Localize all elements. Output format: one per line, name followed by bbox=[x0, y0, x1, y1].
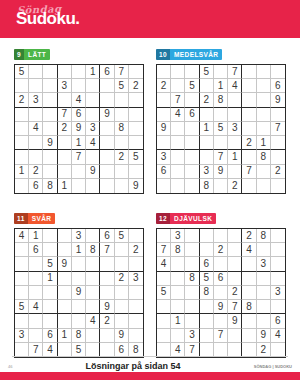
empty-cell bbox=[185, 122, 199, 136]
empty-cell bbox=[86, 229, 100, 243]
given-digit-cell: 5 bbox=[214, 122, 228, 136]
empty-cell bbox=[58, 300, 72, 314]
empty-cell bbox=[271, 243, 285, 257]
empty-cell bbox=[171, 79, 185, 93]
empty-cell bbox=[129, 165, 143, 179]
empty-cell bbox=[58, 65, 72, 79]
empty-cell bbox=[157, 314, 171, 328]
empty-cell bbox=[171, 179, 185, 193]
given-digit-cell: 8 bbox=[257, 150, 271, 164]
footer-divider bbox=[12, 356, 288, 357]
empty-cell bbox=[171, 165, 185, 179]
given-digit-cell: 3 bbox=[185, 329, 199, 343]
empty-cell bbox=[43, 300, 57, 314]
given-digit-cell: 4 bbox=[157, 257, 171, 271]
empty-cell bbox=[271, 65, 285, 79]
empty-cell bbox=[242, 65, 256, 79]
given-digit-cell: 7 bbox=[214, 150, 228, 164]
given-digit-cell: 1 bbox=[200, 122, 214, 136]
empty-cell bbox=[185, 243, 199, 257]
empty-cell bbox=[200, 314, 214, 328]
empty-cell bbox=[214, 257, 228, 271]
empty-cell bbox=[200, 329, 214, 343]
empty-cell bbox=[171, 329, 185, 343]
puzzle-11-svar: 11 SVÅR 4136561872591239549423618974568 bbox=[14, 207, 144, 358]
empty-cell bbox=[58, 136, 72, 150]
given-digit-cell: 9 bbox=[100, 108, 114, 122]
difficulty-label: MEDELSVÅR bbox=[170, 51, 222, 58]
given-digit-cell: 2 bbox=[58, 122, 72, 136]
empty-cell bbox=[43, 122, 57, 136]
empty-cell bbox=[200, 343, 214, 357]
given-digit-cell: 5 bbox=[200, 272, 214, 286]
given-digit-cell: 2 bbox=[257, 343, 271, 357]
given-digit-cell: 9 bbox=[214, 165, 228, 179]
empty-cell bbox=[15, 314, 29, 328]
issue-text: SÖNDAG | SUDOKU bbox=[254, 364, 292, 369]
empty-cell bbox=[15, 79, 29, 93]
empty-cell bbox=[129, 314, 143, 328]
empty-cell bbox=[242, 343, 256, 357]
given-digit-cell: 4 bbox=[171, 108, 185, 122]
empty-cell bbox=[72, 257, 86, 271]
given-digit-cell: 6 bbox=[271, 79, 285, 93]
empty-cell bbox=[242, 179, 256, 193]
empty-cell bbox=[242, 286, 256, 300]
empty-cell bbox=[100, 136, 114, 150]
empty-cell bbox=[242, 108, 256, 122]
given-digit-cell: 2 bbox=[100, 314, 114, 328]
empty-cell bbox=[157, 136, 171, 150]
empty-cell bbox=[185, 257, 199, 271]
given-digit-cell: 6 bbox=[271, 314, 285, 328]
empty-cell bbox=[228, 272, 242, 286]
given-digit-cell: 6 bbox=[200, 257, 214, 271]
puzzles-grid: 9 LÄTT 5167352234769429389147251296819 1… bbox=[0, 38, 300, 358]
given-digit-cell: 3 bbox=[29, 93, 43, 107]
empty-cell bbox=[271, 229, 285, 243]
given-digit-cell: 6 bbox=[214, 272, 228, 286]
empty-cell bbox=[15, 108, 29, 122]
empty-cell bbox=[242, 272, 256, 286]
given-digit-cell: 2 bbox=[228, 179, 242, 193]
empty-cell bbox=[15, 343, 29, 357]
given-digit-cell: 8 bbox=[86, 243, 100, 257]
given-digit-cell: 6 bbox=[29, 243, 43, 257]
given-digit-cell: 7 bbox=[157, 243, 171, 257]
empty-cell bbox=[129, 286, 143, 300]
empty-cell bbox=[171, 150, 185, 164]
empty-cell bbox=[171, 286, 185, 300]
empty-cell bbox=[157, 272, 171, 286]
empty-cell bbox=[200, 300, 214, 314]
given-digit-cell: 4 bbox=[15, 229, 29, 243]
empty-cell bbox=[228, 108, 242, 122]
empty-cell bbox=[242, 150, 256, 164]
empty-cell bbox=[29, 150, 43, 164]
empty-cell bbox=[257, 243, 271, 257]
empty-cell bbox=[86, 257, 100, 271]
sudoku-board-medium: 5725146728946915372137186397282 bbox=[156, 64, 286, 194]
empty-cell bbox=[200, 229, 214, 243]
empty-cell bbox=[157, 229, 171, 243]
given-digit-cell: 2 bbox=[129, 243, 143, 257]
empty-cell bbox=[129, 65, 143, 79]
given-digit-cell: 7 bbox=[185, 343, 199, 357]
empty-cell bbox=[257, 122, 271, 136]
given-digit-cell: 5 bbox=[129, 150, 143, 164]
empty-cell bbox=[200, 150, 214, 164]
empty-cell bbox=[257, 300, 271, 314]
given-digit-cell: 4 bbox=[242, 243, 256, 257]
empty-cell bbox=[228, 165, 242, 179]
empty-cell bbox=[58, 314, 72, 328]
empty-cell bbox=[86, 93, 100, 107]
given-digit-cell: 4 bbox=[271, 329, 285, 343]
given-digit-cell: 7 bbox=[271, 122, 285, 136]
given-digit-cell: 9 bbox=[100, 300, 114, 314]
given-digit-cell: 7 bbox=[242, 165, 256, 179]
empty-cell bbox=[228, 136, 242, 150]
puzzle-9-latt: 9 LÄTT 5167352234769429389147251296819 bbox=[14, 43, 144, 194]
empty-cell bbox=[15, 286, 29, 300]
page-footer: 46 Lösningar på sidan 54 SÖNDAG | SUDOKU bbox=[0, 356, 300, 372]
given-digit-cell: 6 bbox=[29, 179, 43, 193]
empty-cell bbox=[115, 93, 129, 107]
empty-cell bbox=[228, 329, 242, 343]
given-digit-cell: 3 bbox=[228, 122, 242, 136]
given-digit-cell: 9 bbox=[43, 136, 57, 150]
given-digit-cell: 7 bbox=[58, 108, 72, 122]
given-digit-cell: 8 bbox=[115, 122, 129, 136]
given-digit-cell: 8 bbox=[242, 300, 256, 314]
empty-cell bbox=[214, 136, 228, 150]
given-digit-cell: 4 bbox=[43, 343, 57, 357]
given-digit-cell: 2 bbox=[115, 150, 129, 164]
given-digit-cell: 3 bbox=[171, 229, 185, 243]
given-digit-cell: 2 bbox=[228, 286, 242, 300]
empty-cell bbox=[200, 136, 214, 150]
empty-cell bbox=[214, 314, 228, 328]
given-digit-cell: 2 bbox=[129, 79, 143, 93]
empty-cell bbox=[157, 300, 171, 314]
given-digit-cell: 3 bbox=[271, 286, 285, 300]
difficulty-badge: 10 MEDELSVÅR bbox=[156, 49, 222, 60]
given-digit-cell: 2 bbox=[157, 79, 171, 93]
given-digit-cell: 8 bbox=[185, 272, 199, 286]
empty-cell bbox=[185, 300, 199, 314]
empty-cell bbox=[29, 286, 43, 300]
empty-cell bbox=[15, 136, 29, 150]
given-digit-cell: 7 bbox=[72, 150, 86, 164]
empty-cell bbox=[15, 272, 29, 286]
empty-cell bbox=[200, 108, 214, 122]
empty-cell bbox=[115, 165, 129, 179]
empty-cell bbox=[15, 257, 29, 271]
given-digit-cell: 4 bbox=[171, 343, 185, 357]
empty-cell bbox=[115, 286, 129, 300]
empty-cell bbox=[214, 179, 228, 193]
empty-cell bbox=[115, 314, 129, 328]
sudoku-board-hard: 4136561872591239549423618974568 bbox=[14, 228, 144, 358]
given-digit-cell: 8 bbox=[129, 343, 143, 357]
empty-cell bbox=[100, 165, 114, 179]
empty-cell bbox=[72, 272, 86, 286]
empty-cell bbox=[58, 229, 72, 243]
given-digit-cell: 4 bbox=[228, 79, 242, 93]
empty-cell bbox=[157, 343, 171, 357]
given-digit-cell: 2 bbox=[200, 93, 214, 107]
given-digit-cell: 1 bbox=[58, 329, 72, 343]
given-digit-cell: 9 bbox=[257, 329, 271, 343]
difficulty-badge: 9 LÄTT bbox=[14, 49, 50, 60]
given-digit-cell: 8 bbox=[43, 179, 57, 193]
bottom-red-bar bbox=[0, 372, 300, 380]
given-digit-cell: 7 bbox=[228, 300, 242, 314]
empty-cell bbox=[100, 286, 114, 300]
empty-cell bbox=[86, 329, 100, 343]
page-title: Sudoku. bbox=[16, 9, 80, 29]
empty-cell bbox=[185, 93, 199, 107]
empty-cell bbox=[72, 314, 86, 328]
empty-cell bbox=[171, 122, 185, 136]
empty-cell bbox=[43, 229, 57, 243]
given-digit-cell: 2 bbox=[242, 229, 256, 243]
empty-cell bbox=[100, 329, 114, 343]
empty-cell bbox=[15, 179, 29, 193]
given-digit-cell: 1 bbox=[171, 314, 185, 328]
given-digit-cell: 7 bbox=[29, 343, 43, 357]
given-digit-cell: 9 bbox=[271, 93, 285, 107]
given-digit-cell: 1 bbox=[257, 136, 271, 150]
given-digit-cell: 5 bbox=[115, 79, 129, 93]
given-digit-cell: 1 bbox=[43, 272, 57, 286]
empty-cell bbox=[43, 79, 57, 93]
empty-cell bbox=[242, 93, 256, 107]
empty-cell bbox=[100, 79, 114, 93]
given-digit-cell: 9 bbox=[72, 122, 86, 136]
empty-cell bbox=[100, 150, 114, 164]
empty-cell bbox=[29, 136, 43, 150]
empty-cell bbox=[29, 329, 43, 343]
given-digit-cell: 7 bbox=[171, 93, 185, 107]
empty-cell bbox=[58, 286, 72, 300]
empty-cell bbox=[185, 65, 199, 79]
empty-cell bbox=[129, 300, 143, 314]
given-digit-cell: 6 bbox=[115, 343, 129, 357]
empty-cell bbox=[115, 257, 129, 271]
given-digit-cell: 3 bbox=[58, 79, 72, 93]
given-digit-cell: 7 bbox=[214, 329, 228, 343]
empty-cell bbox=[257, 93, 271, 107]
given-digit-cell: 3 bbox=[157, 150, 171, 164]
given-digit-cell: 8 bbox=[200, 179, 214, 193]
given-digit-cell: 1 bbox=[86, 65, 100, 79]
difficulty-label: LÄTT bbox=[24, 51, 50, 58]
empty-cell bbox=[129, 257, 143, 271]
given-digit-cell: 4 bbox=[86, 314, 100, 328]
empty-cell bbox=[72, 179, 86, 193]
given-digit-cell: 8 bbox=[200, 286, 214, 300]
given-digit-cell: 4 bbox=[29, 300, 43, 314]
empty-cell bbox=[15, 243, 29, 257]
given-digit-cell: 1 bbox=[72, 243, 86, 257]
empty-cell bbox=[228, 343, 242, 357]
empty-cell bbox=[271, 272, 285, 286]
empty-cell bbox=[228, 257, 242, 271]
empty-cell bbox=[100, 179, 114, 193]
empty-cell bbox=[115, 300, 129, 314]
empty-cell bbox=[242, 257, 256, 271]
solutions-note: Lösningar på sidan 54 bbox=[12, 361, 253, 371]
empty-cell bbox=[257, 65, 271, 79]
empty-cell bbox=[72, 65, 86, 79]
given-digit-cell: 5 bbox=[200, 65, 214, 79]
empty-cell bbox=[43, 108, 57, 122]
newspaper-sudoku-page: Söndag Sudoku. 9 LÄTT 516735223476942938… bbox=[0, 0, 300, 380]
empty-cell bbox=[100, 122, 114, 136]
empty-cell bbox=[86, 300, 100, 314]
given-digit-cell: 3 bbox=[257, 257, 271, 271]
puzzle-number: 11 bbox=[14, 213, 28, 224]
given-digit-cell: 1 bbox=[58, 179, 72, 193]
given-digit-cell: 9 bbox=[58, 257, 72, 271]
puzzle-number: 12 bbox=[156, 213, 170, 224]
empty-cell bbox=[72, 79, 86, 93]
empty-cell bbox=[242, 79, 256, 93]
empty-cell bbox=[29, 314, 43, 328]
empty-cell bbox=[257, 286, 271, 300]
empty-cell bbox=[185, 165, 199, 179]
empty-cell bbox=[214, 65, 228, 79]
empty-cell bbox=[86, 150, 100, 164]
difficulty-label: SVÅR bbox=[28, 215, 56, 222]
given-digit-cell: 9 bbox=[72, 286, 86, 300]
given-digit-cell: 3 bbox=[15, 329, 29, 343]
empty-cell bbox=[228, 229, 242, 243]
empty-cell bbox=[157, 108, 171, 122]
empty-cell bbox=[157, 93, 171, 107]
empty-cell bbox=[228, 243, 242, 257]
empty-cell bbox=[228, 93, 242, 107]
difficulty-badge: 12 DJÄVULSK bbox=[156, 213, 216, 224]
empty-cell bbox=[43, 243, 57, 257]
given-digit-cell: 1 bbox=[214, 79, 228, 93]
empty-cell bbox=[171, 65, 185, 79]
empty-cell bbox=[271, 257, 285, 271]
empty-cell bbox=[100, 343, 114, 357]
empty-cell bbox=[58, 165, 72, 179]
empty-cell bbox=[43, 286, 57, 300]
empty-cell bbox=[129, 93, 143, 107]
given-digit-cell: 9 bbox=[157, 122, 171, 136]
empty-cell bbox=[271, 343, 285, 357]
empty-cell bbox=[29, 79, 43, 93]
given-digit-cell: 1 bbox=[228, 150, 242, 164]
empty-cell bbox=[58, 150, 72, 164]
empty-cell bbox=[86, 343, 100, 357]
empty-cell bbox=[157, 65, 171, 79]
empty-cell bbox=[214, 229, 228, 243]
empty-cell bbox=[43, 165, 57, 179]
empty-cell bbox=[129, 329, 143, 343]
empty-cell bbox=[15, 150, 29, 164]
empty-cell bbox=[86, 286, 100, 300]
given-digit-cell: 4 bbox=[72, 93, 86, 107]
empty-cell bbox=[43, 65, 57, 79]
difficulty-label: DJÄVULSK bbox=[170, 215, 216, 222]
empty-cell bbox=[29, 257, 43, 271]
given-digit-cell: 2 bbox=[242, 136, 256, 150]
puzzle-12-djavulsk: 12 DJÄVULSK 3287824463856582397819637944… bbox=[156, 207, 286, 358]
given-digit-cell: 3 bbox=[72, 229, 86, 243]
empty-cell bbox=[43, 314, 57, 328]
empty-cell bbox=[257, 108, 271, 122]
given-digit-cell: 9 bbox=[129, 179, 143, 193]
given-digit-cell: 7 bbox=[228, 65, 242, 79]
empty-cell bbox=[257, 179, 271, 193]
empty-cell bbox=[100, 272, 114, 286]
empty-cell bbox=[257, 165, 271, 179]
empty-cell bbox=[58, 343, 72, 357]
empty-cell bbox=[214, 108, 228, 122]
given-digit-cell: 6 bbox=[72, 108, 86, 122]
given-digit-cell: 7 bbox=[115, 65, 129, 79]
empty-cell bbox=[129, 229, 143, 243]
given-digit-cell: 6 bbox=[185, 108, 199, 122]
given-digit-cell: 3 bbox=[200, 165, 214, 179]
sudoku-board-devilish: 328782446385658239781963794472 bbox=[156, 228, 286, 358]
empty-cell bbox=[171, 272, 185, 286]
empty-cell bbox=[86, 272, 100, 286]
empty-cell bbox=[200, 243, 214, 257]
empty-cell bbox=[86, 179, 100, 193]
given-digit-cell: 4 bbox=[29, 122, 43, 136]
empty-cell bbox=[58, 93, 72, 107]
given-digit-cell: 5 bbox=[185, 79, 199, 93]
empty-cell bbox=[271, 150, 285, 164]
empty-cell bbox=[185, 179, 199, 193]
header-banner: Söndag Sudoku. bbox=[0, 0, 300, 38]
given-digit-cell: 8 bbox=[214, 93, 228, 107]
empty-cell bbox=[257, 314, 271, 328]
empty-cell bbox=[214, 286, 228, 300]
empty-cell bbox=[115, 108, 129, 122]
given-digit-cell: 4 bbox=[86, 136, 100, 150]
empty-cell bbox=[58, 272, 72, 286]
empty-cell bbox=[185, 314, 199, 328]
given-digit-cell: 1 bbox=[15, 165, 29, 179]
empty-cell bbox=[242, 314, 256, 328]
given-digit-cell: 9 bbox=[86, 165, 100, 179]
given-digit-cell: 1 bbox=[29, 229, 43, 243]
empty-cell bbox=[100, 93, 114, 107]
given-digit-cell: 2 bbox=[29, 165, 43, 179]
empty-cell bbox=[15, 122, 29, 136]
empty-cell bbox=[29, 65, 43, 79]
given-digit-cell: 6 bbox=[100, 65, 114, 79]
empty-cell bbox=[271, 179, 285, 193]
empty-cell bbox=[29, 272, 43, 286]
empty-cell bbox=[100, 257, 114, 271]
given-digit-cell: 5 bbox=[115, 229, 129, 243]
given-digit-cell: 5 bbox=[15, 300, 29, 314]
empty-cell bbox=[115, 179, 129, 193]
given-digit-cell: 6 bbox=[43, 329, 57, 343]
empty-cell bbox=[115, 136, 129, 150]
given-digit-cell: 7 bbox=[100, 243, 114, 257]
empty-cell bbox=[171, 257, 185, 271]
